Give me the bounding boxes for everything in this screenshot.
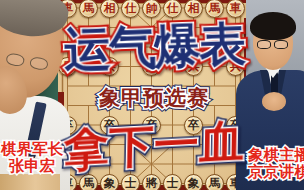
event-subtitle: 象甲预选赛 象甲预选赛 象甲预选赛 xyxy=(88,84,220,112)
right-player-hair xyxy=(250,12,296,40)
right-player-hand xyxy=(262,92,286,111)
slogan-text: 拿下一血 xyxy=(52,111,257,184)
left-player-caption: 棋界军长 棋界军长 张申宏 张申宏 xyxy=(0,141,66,175)
main-title-text: 运气爆表 xyxy=(55,9,253,86)
left-caption-line2: 张申宏 张申宏 xyxy=(0,158,66,175)
event-subtitle-text: 象甲预选赛 xyxy=(88,84,220,112)
glasses-icon xyxy=(257,40,289,50)
right-caption-line2: 京京讲棋 京京讲棋 xyxy=(248,164,304,181)
left-caption-line1: 棋界军长 棋界军长 xyxy=(0,141,66,158)
right-player-caption: 象棋主播 象棋主播 京京讲棋 京京讲棋 xyxy=(248,147,304,181)
main-title: 运气爆表 运气爆表 运气爆表 xyxy=(55,9,253,86)
glasses-lens xyxy=(274,40,288,49)
xiangqi-piece-black: 象 xyxy=(184,174,203,190)
glasses-lens xyxy=(5,52,25,67)
video-thumbnail[interactable]: 車馬相仕帥仕相馬車炮炮兵兵兵兵兵卒卒卒卒卒砲砲車馬象士將士象馬車 运气爆表 运气… xyxy=(0,0,304,190)
right-caption-line1: 象棋主播 象棋主播 xyxy=(248,147,304,164)
slogan: 拿下一血 拿下一血 拿下一血 xyxy=(52,111,257,184)
glasses-lens xyxy=(257,40,271,49)
glasses-lens xyxy=(29,56,49,71)
xiangqi-piece-black: 馬 xyxy=(205,174,224,190)
